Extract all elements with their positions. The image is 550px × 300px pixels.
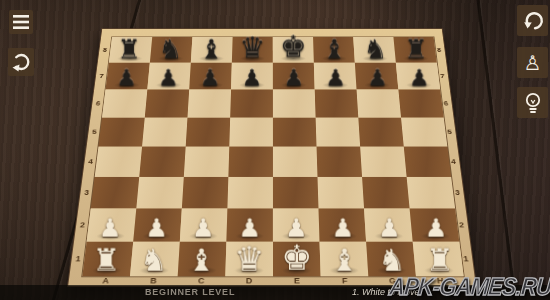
square-h3[interactable] xyxy=(407,177,456,209)
black-bishop[interactable]: ♝ xyxy=(191,36,232,62)
square-a4[interactable] xyxy=(95,147,142,177)
square-f6[interactable] xyxy=(315,90,359,118)
square-d8[interactable]: ♛ xyxy=(232,37,273,63)
square-b2[interactable]: ♟ xyxy=(133,209,182,242)
black-queen[interactable]: ♛ xyxy=(232,33,273,62)
black-bishop[interactable]: ♝ xyxy=(314,36,355,62)
square-h4[interactable] xyxy=(404,147,451,177)
white-bishop[interactable]: ♝ xyxy=(178,245,226,276)
square-a8[interactable]: ♜ xyxy=(109,37,152,63)
square-e5[interactable] xyxy=(273,117,317,146)
square-c6[interactable] xyxy=(187,90,231,118)
square-a5[interactable] xyxy=(98,117,144,146)
white-rook[interactable]: ♜ xyxy=(82,245,130,276)
square-g2[interactable]: ♟ xyxy=(364,209,413,242)
black-pawn[interactable]: ♟ xyxy=(398,66,440,89)
square-a1[interactable]: ♜ xyxy=(82,242,133,277)
square-b8[interactable]: ♞ xyxy=(150,37,193,63)
white-pawn[interactable]: ♟ xyxy=(133,216,180,241)
white-knight[interactable]: ♞ xyxy=(130,245,178,276)
menu-button[interactable] xyxy=(9,10,33,34)
white-queen[interactable]: ♛ xyxy=(225,242,273,276)
white-pawn[interactable]: ♟ xyxy=(366,216,413,241)
square-g8[interactable]: ♞ xyxy=(353,37,396,63)
black-rook[interactable]: ♜ xyxy=(396,36,437,62)
square-d1[interactable]: ♛ xyxy=(225,242,273,277)
black-pawn[interactable]: ♟ xyxy=(315,66,357,89)
square-e7[interactable]: ♟ xyxy=(273,63,315,90)
square-f4[interactable] xyxy=(317,147,363,177)
square-c4[interactable] xyxy=(184,147,229,177)
square-g4[interactable] xyxy=(360,147,406,177)
white-rook[interactable]: ♜ xyxy=(416,245,464,276)
square-b1[interactable]: ♞ xyxy=(130,242,180,277)
white-knight[interactable]: ♞ xyxy=(368,245,416,276)
square-c8[interactable]: ♝ xyxy=(191,37,233,63)
square-d2[interactable]: ♟ xyxy=(226,209,273,242)
board-squares: ♜♞♝♛♚♝♞♜♟♟♟♟♟♟♟♟♟♟♟♟♟♟♟♟♜♞♝♛♚♝♞♜ xyxy=(82,37,463,276)
square-c2[interactable]: ♟ xyxy=(180,209,228,242)
rotate-board-button[interactable] xyxy=(8,48,34,76)
level-label: BEGINNER LEVEL xyxy=(145,287,235,297)
square-c1[interactable]: ♝ xyxy=(178,242,227,277)
black-pawn[interactable]: ♟ xyxy=(189,66,231,89)
square-b4[interactable] xyxy=(139,147,185,177)
white-bishop[interactable]: ♝ xyxy=(321,245,369,276)
square-b6[interactable] xyxy=(145,90,189,118)
square-f5[interactable] xyxy=(316,117,361,146)
square-b5[interactable] xyxy=(142,117,187,146)
black-pawn[interactable]: ♟ xyxy=(231,66,273,89)
square-d3[interactable] xyxy=(227,177,273,209)
square-g7[interactable]: ♟ xyxy=(355,63,399,90)
square-b3[interactable] xyxy=(136,177,184,209)
square-e6[interactable] xyxy=(273,90,316,118)
black-pawn[interactable]: ♟ xyxy=(357,66,399,89)
square-c5[interactable] xyxy=(186,117,231,146)
white-pawn[interactable]: ♟ xyxy=(413,216,460,241)
hamburger-menu-icon xyxy=(13,15,29,29)
square-h5[interactable] xyxy=(401,117,447,146)
pawn-icon: ♙ xyxy=(524,53,542,73)
square-h8[interactable]: ♜ xyxy=(393,37,436,63)
square-d6[interactable] xyxy=(230,90,273,118)
white-pawn[interactable]: ♟ xyxy=(226,216,273,241)
white-pawn[interactable]: ♟ xyxy=(87,216,134,241)
square-f1[interactable]: ♝ xyxy=(320,242,369,277)
black-pawn[interactable]: ♟ xyxy=(147,66,189,89)
square-e4[interactable] xyxy=(273,147,318,177)
square-h2[interactable]: ♟ xyxy=(410,209,460,242)
watermark: APK-GAMES.RU xyxy=(388,273,550,300)
piece-set-button[interactable]: ♙ xyxy=(517,47,548,78)
white-king[interactable]: ♚ xyxy=(273,241,321,276)
square-e1[interactable]: ♚ xyxy=(273,242,321,277)
white-pawn[interactable]: ♟ xyxy=(320,216,367,241)
square-a6[interactable] xyxy=(102,90,147,118)
square-e3[interactable] xyxy=(273,177,319,209)
square-h7[interactable]: ♟ xyxy=(396,63,440,90)
square-a7[interactable]: ♟ xyxy=(106,63,150,90)
black-rook[interactable]: ♜ xyxy=(109,36,150,62)
square-h6[interactable] xyxy=(398,90,443,118)
square-e8[interactable]: ♚ xyxy=(273,37,314,63)
square-d7[interactable]: ♟ xyxy=(231,63,273,90)
square-d5[interactable] xyxy=(229,117,273,146)
square-e2[interactable]: ♟ xyxy=(273,209,320,242)
square-f7[interactable]: ♟ xyxy=(314,63,357,90)
chess-board: 87654321 87654321 ABCDEFGH ♜♞♝♛♚♝♞♜♟♟♟♟♟… xyxy=(67,28,477,287)
square-f3[interactable] xyxy=(317,177,364,209)
square-g5[interactable] xyxy=(358,117,403,146)
black-pawn[interactable]: ♟ xyxy=(273,66,315,89)
black-knight[interactable]: ♞ xyxy=(355,36,396,62)
square-c3[interactable] xyxy=(182,177,229,209)
square-b7[interactable]: ♟ xyxy=(147,63,190,90)
black-king[interactable]: ♚ xyxy=(273,32,314,62)
board-frame: 87654321 87654321 ABCDEFGH ♜♞♝♛♚♝♞♜♟♟♟♟♟… xyxy=(67,28,477,287)
square-a3[interactable] xyxy=(91,177,139,209)
square-c7[interactable]: ♟ xyxy=(189,63,232,90)
square-a2[interactable]: ♟ xyxy=(87,209,137,242)
square-f2[interactable]: ♟ xyxy=(318,209,366,242)
square-g6[interactable] xyxy=(357,90,401,118)
white-pawn[interactable]: ♟ xyxy=(180,216,227,241)
black-pawn[interactable]: ♟ xyxy=(106,66,148,89)
square-g3[interactable] xyxy=(362,177,410,209)
square-d4[interactable] xyxy=(228,147,273,177)
square-f8[interactable]: ♝ xyxy=(313,37,355,63)
lightbulb-icon xyxy=(523,91,543,115)
undo-button[interactable] xyxy=(517,5,548,36)
rotate-icon xyxy=(11,52,31,72)
undo-arrow-icon xyxy=(522,10,544,32)
hint-button[interactable] xyxy=(517,87,548,118)
black-knight[interactable]: ♞ xyxy=(150,36,191,62)
